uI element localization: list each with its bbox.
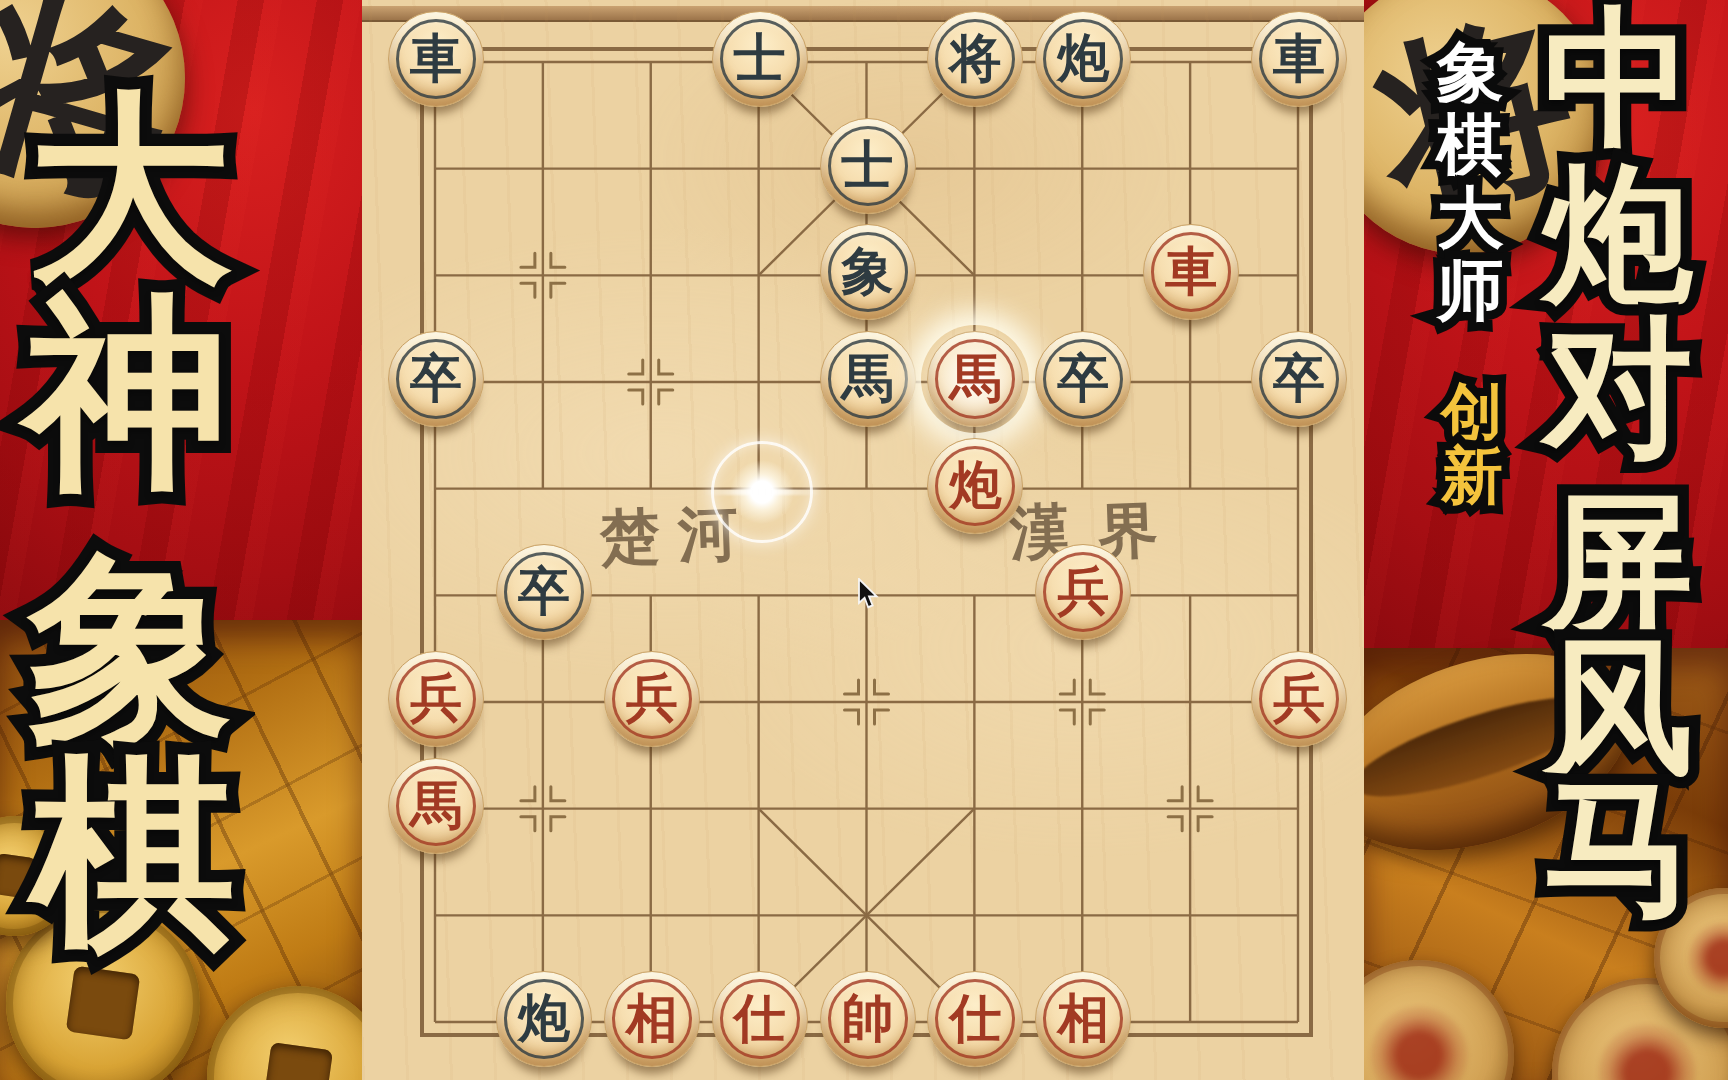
piece-black-col2-row10[interactable]: 炮 bbox=[496, 971, 592, 1067]
piece-red-col1-row7[interactable]: 兵 bbox=[388, 651, 484, 747]
piece-glyph: 卒 bbox=[389, 332, 483, 426]
subtitle-char-4: 师 bbox=[1437, 257, 1504, 324]
piece-red-col5-row10[interactable]: 帥 bbox=[820, 971, 916, 1067]
title-char-6: 马 bbox=[1543, 773, 1693, 923]
piece-glyph: 炮 bbox=[928, 439, 1022, 533]
piece-red-col3-row10[interactable]: 相 bbox=[604, 971, 700, 1067]
piece-black-col7-row4[interactable]: 卒 bbox=[1035, 331, 1131, 427]
piece-glyph: 帥 bbox=[821, 972, 915, 1066]
left-banner-char-4: 棋 bbox=[31, 751, 236, 956]
piece-black-col9-row4[interactable]: 卒 bbox=[1251, 331, 1347, 427]
right-banner-panel: 将 象 棋 大 师 创 新 中 炮 对 屏 风 马 bbox=[1364, 0, 1728, 1080]
subtitle-char-2: 棋 bbox=[1437, 112, 1504, 179]
piece-glyph: 卒 bbox=[497, 545, 591, 639]
river-char-chu: 楚 bbox=[599, 496, 662, 579]
last-move-origin-glow bbox=[711, 441, 813, 543]
piece-glyph: 炮 bbox=[1036, 12, 1130, 106]
piece-red-col3-row7[interactable]: 兵 bbox=[604, 651, 700, 747]
piece-glyph: 車 bbox=[389, 12, 483, 106]
title-char-4: 屏 bbox=[1543, 489, 1693, 639]
piece-black-col7-row1[interactable]: 炮 bbox=[1035, 11, 1131, 107]
piece-glyph: 兵 bbox=[1036, 545, 1130, 639]
piece-glyph: 車 bbox=[1252, 12, 1346, 106]
piece-black-col5-row3[interactable]: 象 bbox=[820, 224, 916, 320]
piece-glyph: 馬 bbox=[389, 759, 483, 853]
left-banner-char-1: 大 bbox=[28, 88, 233, 293]
piece-red-col1-row8[interactable]: 馬 bbox=[388, 758, 484, 854]
piece-black-col5-row2[interactable]: 士 bbox=[820, 118, 916, 214]
piece-black-col1-row4[interactable]: 卒 bbox=[388, 331, 484, 427]
left-banner-char-3: 象 bbox=[28, 548, 233, 753]
piece-red-col7-row6[interactable]: 兵 bbox=[1035, 544, 1131, 640]
piece-glyph: 仕 bbox=[713, 972, 807, 1066]
piece-glyph: 卒 bbox=[1036, 332, 1130, 426]
piece-black-col5-row4[interactable]: 馬 bbox=[820, 331, 916, 427]
piece-glyph: 馬 bbox=[928, 332, 1022, 426]
piece-glyph: 将 bbox=[928, 12, 1022, 106]
title-char-3: 对 bbox=[1543, 313, 1693, 463]
piece-glyph: 卒 bbox=[1252, 332, 1346, 426]
piece-red-col9-row7[interactable]: 兵 bbox=[1251, 651, 1347, 747]
piece-red-col6-row5[interactable]: 炮 bbox=[927, 438, 1023, 534]
screenshot-stage: 将 大 神 象 棋 楚 河 漢 界 車士将炮車士象車卒馬馬卒卒炮卒兵兵兵兵馬炮相… bbox=[0, 0, 1728, 1080]
xiangqi-board[interactable]: 楚 河 漢 界 車士将炮車士象車卒馬馬卒卒炮卒兵兵兵兵馬炮相仕帥仕相 bbox=[362, 0, 1364, 1080]
piece-black-col4-row1[interactable]: 士 bbox=[712, 11, 808, 107]
piece-glyph: 士 bbox=[713, 12, 807, 106]
piece-glyph: 相 bbox=[605, 972, 699, 1066]
piece-black-col6-row1[interactable]: 将 bbox=[927, 11, 1023, 107]
piece-glyph: 炮 bbox=[497, 972, 591, 1066]
piece-red-col4-row10[interactable]: 仕 bbox=[712, 971, 808, 1067]
piece-glyph: 馬 bbox=[821, 332, 915, 426]
title-char-2: 炮 bbox=[1543, 159, 1693, 309]
piece-glyph: 兵 bbox=[389, 652, 483, 746]
piece-red-col7-row10[interactable]: 相 bbox=[1035, 971, 1131, 1067]
piece-glyph: 車 bbox=[1144, 225, 1238, 319]
piece-black-col2-row6[interactable]: 卒 bbox=[496, 544, 592, 640]
piece-red-col8-row3[interactable]: 車 bbox=[1143, 224, 1239, 320]
accent-char-1: 创 bbox=[1441, 381, 1503, 443]
accent-char-2: 新 bbox=[1441, 445, 1503, 507]
subtitle-char-1: 象 bbox=[1437, 40, 1504, 107]
piece-red-col6-row10[interactable]: 仕 bbox=[927, 971, 1023, 1067]
left-banner-char-2: 神 bbox=[25, 291, 230, 496]
piece-glyph: 兵 bbox=[1252, 652, 1346, 746]
piece-red-col6-row4[interactable]: 馬 bbox=[927, 331, 1023, 427]
piece-glyph: 象 bbox=[821, 225, 915, 319]
piece-black-col9-row1[interactable]: 車 bbox=[1251, 11, 1347, 107]
photo-piece bbox=[1364, 960, 1514, 1080]
piece-glyph: 相 bbox=[1036, 972, 1130, 1066]
piece-glyph: 仕 bbox=[928, 972, 1022, 1066]
subtitle-char-3: 大 bbox=[1437, 185, 1504, 252]
title-char-1: 中 bbox=[1543, 3, 1693, 153]
left-banner-panel: 将 大 神 象 棋 bbox=[0, 0, 362, 1080]
gold-coin bbox=[207, 986, 362, 1080]
piece-glyph: 士 bbox=[821, 119, 915, 213]
piece-glyph: 兵 bbox=[605, 652, 699, 746]
piece-black-col1-row1[interactable]: 車 bbox=[388, 11, 484, 107]
mouse-cursor bbox=[857, 578, 883, 610]
